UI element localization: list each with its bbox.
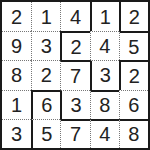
grid-cell-r1c1[interactable]: 2 <box>2 2 31 31</box>
puzzle-board: 2141293245827321638635748 <box>0 0 150 150</box>
grid-cell-r3c5[interactable]: 2 <box>119 60 148 89</box>
grid-cell-r1c2[interactable]: 1 <box>31 2 60 31</box>
grid-cell-r2c5[interactable]: 5 <box>119 31 148 60</box>
grid-cell-r4c4[interactable]: 8 <box>90 90 119 119</box>
grid-cell-r2c4[interactable]: 4 <box>90 31 119 60</box>
grid-cell-r2c3[interactable]: 2 <box>60 31 89 60</box>
grid-cell-r4c5[interactable]: 6 <box>119 90 148 119</box>
grid-cell-r4c1[interactable]: 1 <box>2 90 31 119</box>
grid-cell-r3c4[interactable]: 3 <box>90 60 119 89</box>
grid-cell-r5c2[interactable]: 5 <box>31 119 60 148</box>
grid-cell-r5c4[interactable]: 4 <box>90 119 119 148</box>
grid-cell-r5c3[interactable]: 7 <box>60 119 89 148</box>
grid-cell-r2c2[interactable]: 3 <box>31 31 60 60</box>
grid-cell-r3c1[interactable]: 8 <box>2 60 31 89</box>
grid-cell-r3c2[interactable]: 2 <box>31 60 60 89</box>
grid-cell-r4c3[interactable]: 3 <box>60 90 89 119</box>
grid-cell-r1c4[interactable]: 1 <box>90 2 119 31</box>
grid-cell-r5c1[interactable]: 3 <box>2 119 31 148</box>
grid-cell-r1c5[interactable]: 2 <box>119 2 148 31</box>
grid-cell-r5c5[interactable]: 8 <box>119 119 148 148</box>
grid-cell-r1c3[interactable]: 4 <box>60 2 89 31</box>
grid-cell-r4c2[interactable]: 6 <box>31 90 60 119</box>
grid-cell-r2c1[interactable]: 9 <box>2 31 31 60</box>
grid-cell-r3c3[interactable]: 7 <box>60 60 89 89</box>
